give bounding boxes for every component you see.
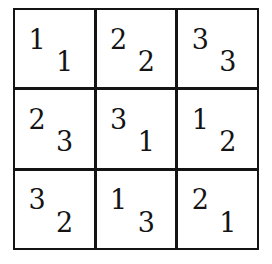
first-number: 1 <box>192 105 209 132</box>
graeco-latin-square-board: 1 1 2 2 3 3 2 3 3 1 1 2 3 2 1 3 2 1 <box>13 8 259 250</box>
second-number: 2 <box>138 48 155 75</box>
cell-r1c1: 1 1 <box>15 10 94 87</box>
cell-r2c3: 1 2 <box>178 90 257 167</box>
first-number: 3 <box>28 186 45 213</box>
first-number: 1 <box>110 186 127 213</box>
cell-r3c3: 2 1 <box>178 171 257 248</box>
cell-r1c3: 3 3 <box>178 10 257 87</box>
cell-r2c2: 3 1 <box>97 90 176 167</box>
second-number: 1 <box>219 208 236 235</box>
first-number: 2 <box>192 186 209 213</box>
second-number: 1 <box>56 48 73 75</box>
cell-r3c2: 1 3 <box>97 171 176 248</box>
second-number: 2 <box>219 128 236 155</box>
first-number: 3 <box>110 105 127 132</box>
second-number: 1 <box>138 128 155 155</box>
cell-r2c1: 2 3 <box>15 90 94 167</box>
second-number: 3 <box>138 208 155 235</box>
second-number: 3 <box>219 48 236 75</box>
cell-r1c2: 2 2 <box>97 10 176 87</box>
cell-r3c1: 3 2 <box>15 171 94 248</box>
first-number: 3 <box>192 25 209 52</box>
first-number: 2 <box>28 105 45 132</box>
first-number: 2 <box>110 25 127 52</box>
first-number: 1 <box>28 25 45 52</box>
second-number: 3 <box>56 128 73 155</box>
second-number: 2 <box>56 208 73 235</box>
